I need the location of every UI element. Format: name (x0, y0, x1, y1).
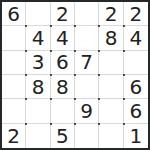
clue-digit: 8 (56, 76, 69, 96)
cell-r5c1[interactable] (2, 99, 26, 123)
clue-digit: 5 (56, 125, 69, 145)
cell-r4c5[interactable] (99, 75, 123, 99)
cell-r3c3[interactable]: 6 (51, 51, 75, 75)
clue-digit: 2 (105, 3, 118, 23)
clue-digit: 6 (129, 100, 142, 120)
cell-r1c5[interactable]: 2 (99, 2, 123, 26)
cell-r4c2[interactable]: 8 (26, 75, 50, 99)
clue-digit: 9 (80, 100, 93, 120)
cell-r5c5[interactable] (99, 99, 123, 123)
cell-r2c6[interactable]: 4 (124, 26, 148, 50)
clue-digit: 8 (105, 27, 118, 47)
clue-digit: 8 (32, 76, 45, 96)
cell-r1c1[interactable]: 6 (2, 2, 26, 26)
cell-r2c4[interactable] (75, 26, 99, 50)
cell-r1c4[interactable] (75, 2, 99, 26)
cell-r6c4[interactable] (75, 124, 99, 148)
cell-r2c5[interactable]: 8 (99, 26, 123, 50)
cell-r6c6[interactable]: 1 (124, 124, 148, 148)
clue-digit: 2 (7, 125, 20, 145)
cell-r4c1[interactable] (2, 75, 26, 99)
cell-r6c2[interactable] (26, 124, 50, 148)
clue-digit: 4 (32, 27, 45, 47)
clue-digit: 6 (129, 76, 142, 96)
cell-r4c3[interactable]: 8 (51, 75, 75, 99)
clue-digit: 6 (56, 52, 69, 72)
cell-r1c3[interactable]: 2 (51, 2, 75, 26)
cell-r4c4[interactable] (75, 75, 99, 99)
cell-r5c2[interactable] (26, 99, 50, 123)
cell-r5c3[interactable] (51, 99, 75, 123)
cell-r1c2[interactable] (26, 2, 50, 26)
cell-r1c6[interactable]: 2 (124, 2, 148, 26)
cell-r5c6[interactable]: 6 (124, 99, 148, 123)
clue-digit: 7 (80, 52, 93, 72)
clue-digit: 4 (129, 27, 142, 47)
cell-r6c3[interactable]: 5 (51, 124, 75, 148)
cell-r2c1[interactable] (2, 26, 26, 50)
cell-r6c5[interactable] (99, 124, 123, 148)
clue-digit: 3 (32, 52, 45, 72)
cell-r4c6[interactable]: 6 (124, 75, 148, 99)
cell-r2c2[interactable]: 4 (26, 26, 50, 50)
clue-digit: 4 (56, 27, 69, 47)
clue-digit: 1 (129, 125, 142, 145)
cell-r5c4[interactable]: 9 (75, 99, 99, 123)
cell-r3c5[interactable] (99, 51, 123, 75)
clue-digit: 2 (129, 3, 142, 23)
cell-r6c1[interactable]: 2 (2, 124, 26, 148)
clue-digit: 2 (56, 3, 69, 23)
cell-r3c2[interactable]: 3 (26, 51, 50, 75)
cell-r3c4[interactable]: 7 (75, 51, 99, 75)
cell-r3c1[interactable] (2, 51, 26, 75)
clue-digit: 6 (7, 3, 20, 23)
puzzle-board: 6222448436788696251 (0, 0, 150, 150)
cell-r3c6[interactable] (124, 51, 148, 75)
cell-r2c3[interactable]: 4 (51, 26, 75, 50)
